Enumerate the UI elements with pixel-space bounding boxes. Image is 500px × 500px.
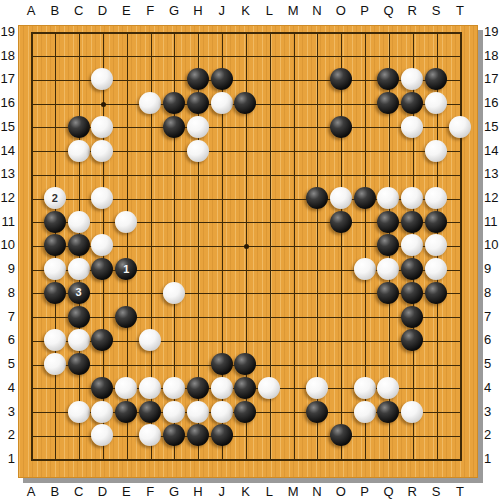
intersection-P6[interactable]: [353, 329, 377, 353]
intersection-F6[interactable]: [138, 329, 162, 353]
intersection-O4[interactable]: [329, 376, 353, 400]
intersection-D15[interactable]: [91, 115, 115, 139]
intersection-A8[interactable]: [19, 281, 43, 305]
intersection-R10[interactable]: [400, 234, 424, 258]
intersection-S6[interactable]: [424, 329, 448, 353]
intersection-K10[interactable]: [234, 234, 258, 258]
intersection-M2[interactable]: [281, 423, 305, 447]
intersection-K19[interactable]: [234, 20, 258, 44]
intersection-Q18[interactable]: [377, 44, 401, 68]
intersection-P19[interactable]: [353, 20, 377, 44]
intersection-Q3[interactable]: [377, 400, 401, 424]
intersection-B16[interactable]: [43, 91, 67, 115]
intersection-C15[interactable]: [67, 115, 91, 139]
intersection-E6[interactable]: [114, 329, 138, 353]
intersection-C16[interactable]: [67, 91, 91, 115]
intersection-B1[interactable]: [43, 447, 67, 471]
intersection-H3[interactable]: [186, 400, 210, 424]
intersection-T2[interactable]: [448, 423, 472, 447]
intersection-C5[interactable]: [67, 352, 91, 376]
intersection-D14[interactable]: [91, 139, 115, 163]
intersection-N5[interactable]: [305, 352, 329, 376]
intersection-N10[interactable]: [305, 234, 329, 258]
intersection-H4[interactable]: [186, 376, 210, 400]
intersection-H5[interactable]: [186, 352, 210, 376]
intersection-S1[interactable]: [424, 447, 448, 471]
intersection-S4[interactable]: [424, 376, 448, 400]
intersection-E8[interactable]: [114, 281, 138, 305]
intersection-O7[interactable]: [329, 305, 353, 329]
intersection-R13[interactable]: [400, 162, 424, 186]
intersection-S14[interactable]: [424, 139, 448, 163]
intersection-C1[interactable]: [67, 447, 91, 471]
intersection-T9[interactable]: [448, 257, 472, 281]
intersection-E10[interactable]: [114, 234, 138, 258]
intersection-F3[interactable]: [138, 400, 162, 424]
intersection-Q12[interactable]: [377, 186, 401, 210]
intersection-A15[interactable]: [19, 115, 43, 139]
intersection-L9[interactable]: [257, 257, 281, 281]
intersection-J12[interactable]: [210, 186, 234, 210]
intersection-G9[interactable]: [162, 257, 186, 281]
intersection-M15[interactable]: [281, 115, 305, 139]
intersection-S17[interactable]: [424, 68, 448, 92]
intersection-D7[interactable]: [91, 305, 115, 329]
intersection-D17[interactable]: [91, 68, 115, 92]
intersection-C17[interactable]: [67, 68, 91, 92]
intersection-D1[interactable]: [91, 447, 115, 471]
intersection-F9[interactable]: [138, 257, 162, 281]
intersection-E4[interactable]: [114, 376, 138, 400]
intersection-O19[interactable]: [329, 20, 353, 44]
intersection-J11[interactable]: [210, 210, 234, 234]
intersection-O2[interactable]: [329, 423, 353, 447]
intersection-E9[interactable]: 1: [114, 257, 138, 281]
intersection-N3[interactable]: [305, 400, 329, 424]
intersection-Q9[interactable]: [377, 257, 401, 281]
intersection-G6[interactable]: [162, 329, 186, 353]
intersection-T3[interactable]: [448, 400, 472, 424]
intersection-F7[interactable]: [138, 305, 162, 329]
intersection-D3[interactable]: [91, 400, 115, 424]
intersection-J17[interactable]: [210, 68, 234, 92]
intersection-J1[interactable]: [210, 447, 234, 471]
intersection-H16[interactable]: [186, 91, 210, 115]
intersection-O12[interactable]: [329, 186, 353, 210]
intersection-R14[interactable]: [400, 139, 424, 163]
intersection-N2[interactable]: [305, 423, 329, 447]
intersection-R16[interactable]: [400, 91, 424, 115]
intersection-B18[interactable]: [43, 44, 67, 68]
intersection-E12[interactable]: [114, 186, 138, 210]
intersection-O11[interactable]: [329, 210, 353, 234]
intersection-S10[interactable]: [424, 234, 448, 258]
intersection-E18[interactable]: [114, 44, 138, 68]
intersection-E19[interactable]: [114, 20, 138, 44]
intersection-B15[interactable]: [43, 115, 67, 139]
intersection-H1[interactable]: [186, 447, 210, 471]
intersection-N13[interactable]: [305, 162, 329, 186]
intersection-B13[interactable]: [43, 162, 67, 186]
intersection-G16[interactable]: [162, 91, 186, 115]
intersection-J6[interactable]: [210, 329, 234, 353]
intersection-E5[interactable]: [114, 352, 138, 376]
intersection-O13[interactable]: [329, 162, 353, 186]
intersection-L5[interactable]: [257, 352, 281, 376]
intersection-P3[interactable]: [353, 400, 377, 424]
intersection-G1[interactable]: [162, 447, 186, 471]
intersection-A18[interactable]: [19, 44, 43, 68]
intersection-L17[interactable]: [257, 68, 281, 92]
intersection-B6[interactable]: [43, 329, 67, 353]
intersection-G17[interactable]: [162, 68, 186, 92]
intersection-O16[interactable]: [329, 91, 353, 115]
intersection-L2[interactable]: [257, 423, 281, 447]
intersection-H8[interactable]: [186, 281, 210, 305]
intersection-P2[interactable]: [353, 423, 377, 447]
intersection-Q10[interactable]: [377, 234, 401, 258]
intersection-T13[interactable]: [448, 162, 472, 186]
intersection-G2[interactable]: [162, 423, 186, 447]
intersection-G8[interactable]: [162, 281, 186, 305]
intersection-A13[interactable]: [19, 162, 43, 186]
intersection-C6[interactable]: [67, 329, 91, 353]
intersection-P11[interactable]: [353, 210, 377, 234]
intersection-T18[interactable]: [448, 44, 472, 68]
intersection-E17[interactable]: [114, 68, 138, 92]
intersection-K9[interactable]: [234, 257, 258, 281]
intersection-C19[interactable]: [67, 20, 91, 44]
intersection-N7[interactable]: [305, 305, 329, 329]
intersection-L8[interactable]: [257, 281, 281, 305]
intersection-O15[interactable]: [329, 115, 353, 139]
intersection-R7[interactable]: [400, 305, 424, 329]
intersection-E3[interactable]: [114, 400, 138, 424]
intersection-B19[interactable]: [43, 20, 67, 44]
intersection-R19[interactable]: [400, 20, 424, 44]
intersection-G11[interactable]: [162, 210, 186, 234]
intersection-B12[interactable]: 2: [43, 186, 67, 210]
intersection-J2[interactable]: [210, 423, 234, 447]
intersection-Q19[interactable]: [377, 20, 401, 44]
intersection-P8[interactable]: [353, 281, 377, 305]
intersection-N17[interactable]: [305, 68, 329, 92]
intersection-J5[interactable]: [210, 352, 234, 376]
intersection-D6[interactable]: [91, 329, 115, 353]
intersection-E1[interactable]: [114, 447, 138, 471]
intersection-J13[interactable]: [210, 162, 234, 186]
intersection-P12[interactable]: [353, 186, 377, 210]
intersection-K12[interactable]: [234, 186, 258, 210]
intersection-E16[interactable]: [114, 91, 138, 115]
intersection-M3[interactable]: [281, 400, 305, 424]
intersection-M4[interactable]: [281, 376, 305, 400]
intersection-N15[interactable]: [305, 115, 329, 139]
intersection-J15[interactable]: [210, 115, 234, 139]
intersection-M7[interactable]: [281, 305, 305, 329]
intersection-H9[interactable]: [186, 257, 210, 281]
intersection-D2[interactable]: [91, 423, 115, 447]
intersection-C12[interactable]: [67, 186, 91, 210]
intersection-P13[interactable]: [353, 162, 377, 186]
intersection-T5[interactable]: [448, 352, 472, 376]
intersection-F8[interactable]: [138, 281, 162, 305]
intersection-A14[interactable]: [19, 139, 43, 163]
intersection-J4[interactable]: [210, 376, 234, 400]
intersection-J3[interactable]: [210, 400, 234, 424]
intersection-G15[interactable]: [162, 115, 186, 139]
intersection-K2[interactable]: [234, 423, 258, 447]
intersection-M9[interactable]: [281, 257, 305, 281]
intersection-P5[interactable]: [353, 352, 377, 376]
intersection-T12[interactable]: [448, 186, 472, 210]
intersection-J7[interactable]: [210, 305, 234, 329]
intersection-C18[interactable]: [67, 44, 91, 68]
intersection-F5[interactable]: [138, 352, 162, 376]
intersection-A2[interactable]: [19, 423, 43, 447]
intersection-F18[interactable]: [138, 44, 162, 68]
intersection-A10[interactable]: [19, 234, 43, 258]
intersection-F2[interactable]: [138, 423, 162, 447]
intersection-G4[interactable]: [162, 376, 186, 400]
intersection-R12[interactable]: [400, 186, 424, 210]
intersection-Q4[interactable]: [377, 376, 401, 400]
intersection-T4[interactable]: [448, 376, 472, 400]
intersection-F11[interactable]: [138, 210, 162, 234]
intersection-T14[interactable]: [448, 139, 472, 163]
intersection-A11[interactable]: [19, 210, 43, 234]
intersection-K16[interactable]: [234, 91, 258, 115]
intersection-Q11[interactable]: [377, 210, 401, 234]
intersection-K7[interactable]: [234, 305, 258, 329]
intersection-M18[interactable]: [281, 44, 305, 68]
intersection-H6[interactable]: [186, 329, 210, 353]
intersection-F4[interactable]: [138, 376, 162, 400]
intersection-F16[interactable]: [138, 91, 162, 115]
intersection-G18[interactable]: [162, 44, 186, 68]
intersection-Q1[interactable]: [377, 447, 401, 471]
intersection-R6[interactable]: [400, 329, 424, 353]
intersection-C7[interactable]: [67, 305, 91, 329]
intersection-H13[interactable]: [186, 162, 210, 186]
intersection-S9[interactable]: [424, 257, 448, 281]
intersection-A6[interactable]: [19, 329, 43, 353]
intersection-G3[interactable]: [162, 400, 186, 424]
intersection-T1[interactable]: [448, 447, 472, 471]
intersection-M19[interactable]: [281, 20, 305, 44]
intersection-M6[interactable]: [281, 329, 305, 353]
intersection-E2[interactable]: [114, 423, 138, 447]
intersection-C10[interactable]: [67, 234, 91, 258]
intersection-B7[interactable]: [43, 305, 67, 329]
intersection-C4[interactable]: [67, 376, 91, 400]
intersection-R3[interactable]: [400, 400, 424, 424]
intersection-A12[interactable]: [19, 186, 43, 210]
intersection-C9[interactable]: [67, 257, 91, 281]
intersection-B3[interactable]: [43, 400, 67, 424]
intersection-M11[interactable]: [281, 210, 305, 234]
intersection-J9[interactable]: [210, 257, 234, 281]
intersection-B4[interactable]: [43, 376, 67, 400]
intersection-T15[interactable]: [448, 115, 472, 139]
intersection-Q13[interactable]: [377, 162, 401, 186]
intersection-A16[interactable]: [19, 91, 43, 115]
intersection-H15[interactable]: [186, 115, 210, 139]
intersection-S12[interactable]: [424, 186, 448, 210]
intersection-A5[interactable]: [19, 352, 43, 376]
intersection-G10[interactable]: [162, 234, 186, 258]
intersection-L15[interactable]: [257, 115, 281, 139]
intersection-G7[interactable]: [162, 305, 186, 329]
intersection-L10[interactable]: [257, 234, 281, 258]
intersection-N8[interactable]: [305, 281, 329, 305]
intersection-B10[interactable]: [43, 234, 67, 258]
intersection-M13[interactable]: [281, 162, 305, 186]
intersection-A17[interactable]: [19, 68, 43, 92]
intersection-M16[interactable]: [281, 91, 305, 115]
intersection-J16[interactable]: [210, 91, 234, 115]
intersection-O10[interactable]: [329, 234, 353, 258]
intersection-E7[interactable]: [114, 305, 138, 329]
intersection-N11[interactable]: [305, 210, 329, 234]
intersection-M17[interactable]: [281, 68, 305, 92]
intersection-F19[interactable]: [138, 20, 162, 44]
intersection-S15[interactable]: [424, 115, 448, 139]
intersection-O18[interactable]: [329, 44, 353, 68]
intersection-D13[interactable]: [91, 162, 115, 186]
intersection-P7[interactable]: [353, 305, 377, 329]
intersection-G14[interactable]: [162, 139, 186, 163]
intersection-H12[interactable]: [186, 186, 210, 210]
intersection-K3[interactable]: [234, 400, 258, 424]
intersection-D4[interactable]: [91, 376, 115, 400]
intersection-C2[interactable]: [67, 423, 91, 447]
intersection-B17[interactable]: [43, 68, 67, 92]
intersection-H2[interactable]: [186, 423, 210, 447]
intersection-L1[interactable]: [257, 447, 281, 471]
intersection-S11[interactable]: [424, 210, 448, 234]
intersection-J19[interactable]: [210, 20, 234, 44]
intersection-P10[interactable]: [353, 234, 377, 258]
intersection-Q2[interactable]: [377, 423, 401, 447]
intersection-D16[interactable]: [91, 91, 115, 115]
intersection-K1[interactable]: [234, 447, 258, 471]
intersection-F1[interactable]: [138, 447, 162, 471]
intersection-P9[interactable]: [353, 257, 377, 281]
intersection-M8[interactable]: [281, 281, 305, 305]
intersection-P18[interactable]: [353, 44, 377, 68]
intersection-M5[interactable]: [281, 352, 305, 376]
intersection-P14[interactable]: [353, 139, 377, 163]
intersection-A1[interactable]: [19, 447, 43, 471]
intersection-E11[interactable]: [114, 210, 138, 234]
intersection-L13[interactable]: [257, 162, 281, 186]
intersection-Q7[interactable]: [377, 305, 401, 329]
intersection-L3[interactable]: [257, 400, 281, 424]
intersection-J10[interactable]: [210, 234, 234, 258]
intersection-D10[interactable]: [91, 234, 115, 258]
intersection-H14[interactable]: [186, 139, 210, 163]
intersection-K15[interactable]: [234, 115, 258, 139]
intersection-B11[interactable]: [43, 210, 67, 234]
intersection-D12[interactable]: [91, 186, 115, 210]
intersection-G19[interactable]: [162, 20, 186, 44]
intersection-L7[interactable]: [257, 305, 281, 329]
intersection-R11[interactable]: [400, 210, 424, 234]
intersection-M12[interactable]: [281, 186, 305, 210]
intersection-K8[interactable]: [234, 281, 258, 305]
intersection-J8[interactable]: [210, 281, 234, 305]
intersection-F15[interactable]: [138, 115, 162, 139]
intersection-S16[interactable]: [424, 91, 448, 115]
intersection-E14[interactable]: [114, 139, 138, 163]
intersection-G5[interactable]: [162, 352, 186, 376]
intersection-S13[interactable]: [424, 162, 448, 186]
intersection-H18[interactable]: [186, 44, 210, 68]
intersection-D8[interactable]: [91, 281, 115, 305]
intersection-N12[interactable]: [305, 186, 329, 210]
intersection-J14[interactable]: [210, 139, 234, 163]
intersection-O8[interactable]: [329, 281, 353, 305]
intersection-Q5[interactable]: [377, 352, 401, 376]
intersection-R15[interactable]: [400, 115, 424, 139]
intersection-C14[interactable]: [67, 139, 91, 163]
intersection-A3[interactable]: [19, 400, 43, 424]
intersection-L4[interactable]: [257, 376, 281, 400]
intersection-T8[interactable]: [448, 281, 472, 305]
intersection-K13[interactable]: [234, 162, 258, 186]
intersection-A4[interactable]: [19, 376, 43, 400]
intersection-A9[interactable]: [19, 257, 43, 281]
intersection-F17[interactable]: [138, 68, 162, 92]
intersection-D9[interactable]: [91, 257, 115, 281]
intersection-O9[interactable]: [329, 257, 353, 281]
intersection-R8[interactable]: [400, 281, 424, 305]
intersection-O3[interactable]: [329, 400, 353, 424]
intersection-D19[interactable]: [91, 20, 115, 44]
intersection-H10[interactable]: [186, 234, 210, 258]
intersection-N16[interactable]: [305, 91, 329, 115]
intersection-O17[interactable]: [329, 68, 353, 92]
intersection-S18[interactable]: [424, 44, 448, 68]
intersection-L14[interactable]: [257, 139, 281, 163]
intersection-H19[interactable]: [186, 20, 210, 44]
intersection-R5[interactable]: [400, 352, 424, 376]
intersection-L18[interactable]: [257, 44, 281, 68]
intersection-P4[interactable]: [353, 376, 377, 400]
intersection-F13[interactable]: [138, 162, 162, 186]
intersection-T17[interactable]: [448, 68, 472, 92]
intersection-R4[interactable]: [400, 376, 424, 400]
intersection-K6[interactable]: [234, 329, 258, 353]
intersection-S8[interactable]: [424, 281, 448, 305]
intersection-B2[interactable]: [43, 423, 67, 447]
intersection-T19[interactable]: [448, 20, 472, 44]
intersection-P17[interactable]: [353, 68, 377, 92]
intersection-H7[interactable]: [186, 305, 210, 329]
intersection-Q14[interactable]: [377, 139, 401, 163]
intersection-P1[interactable]: [353, 447, 377, 471]
intersection-R9[interactable]: [400, 257, 424, 281]
intersection-S7[interactable]: [424, 305, 448, 329]
intersection-D18[interactable]: [91, 44, 115, 68]
intersection-S2[interactable]: [424, 423, 448, 447]
intersection-T10[interactable]: [448, 234, 472, 258]
intersection-L19[interactable]: [257, 20, 281, 44]
intersection-R1[interactable]: [400, 447, 424, 471]
intersection-L16[interactable]: [257, 91, 281, 115]
intersection-K5[interactable]: [234, 352, 258, 376]
